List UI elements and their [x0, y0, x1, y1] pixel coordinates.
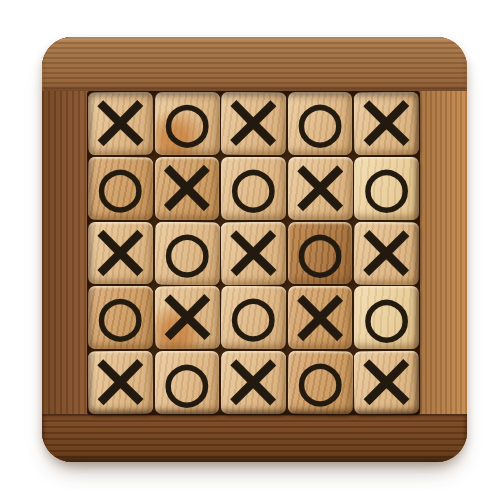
tile-r3c5[interactable]: ×	[354, 221, 419, 284]
tile-r1c4[interactable]: ○	[288, 92, 353, 155]
tile-r2c5[interactable]: ○	[354, 157, 419, 220]
o-glyph: ○	[230, 290, 277, 343]
board-frame-left	[42, 37, 87, 462]
tile-r5c3[interactable]: ×	[221, 351, 286, 414]
tile-r3c1[interactable]: ×	[88, 222, 153, 285]
o-glyph: ○	[364, 160, 410, 213]
tile-r2c1[interactable]: ○	[88, 157, 153, 220]
o-glyph: ○	[97, 160, 144, 213]
o-glyph: ○	[297, 225, 343, 278]
x-glyph: ×	[88, 92, 152, 155]
x-glyph: ×	[221, 92, 285, 155]
tile-r3c3[interactable]: ×	[221, 221, 286, 284]
tile-r1c1[interactable]: ×	[88, 92, 153, 155]
tile-r4c4[interactable]: ×	[288, 286, 353, 349]
x-glyph: ×	[155, 286, 219, 349]
board-frame-top	[42, 37, 467, 91]
product-photo-background: ×○×○×○×○×○×○×○×○×○×○×○×○×	[0, 0, 499, 500]
board-recess: ×○×○×○×○×○×○×○×○×○×○×○×○×	[87, 91, 420, 415]
tile-r1c2[interactable]: ○	[154, 92, 219, 155]
o-glyph: ○	[364, 290, 410, 343]
x-glyph: ×	[88, 222, 152, 285]
tile-r2c4[interactable]: ×	[288, 157, 353, 220]
x-glyph: ×	[355, 221, 419, 284]
tile-r4c3[interactable]: ○	[221, 286, 286, 349]
tile-r5c4[interactable]: ○	[288, 351, 353, 414]
tile-r2c2[interactable]: ×	[155, 157, 220, 220]
tile-r2c3[interactable]: ○	[221, 157, 286, 220]
o-glyph: ○	[164, 355, 210, 408]
tile-r4c5[interactable]: ○	[354, 286, 419, 349]
x-glyph: ×	[155, 157, 219, 220]
o-glyph: ○	[164, 95, 210, 148]
o-glyph: ○	[230, 160, 276, 213]
board-frame-right	[420, 37, 467, 462]
x-glyph: ×	[288, 286, 352, 349]
x-glyph: ×	[355, 92, 419, 155]
tile-r5c2[interactable]: ○	[155, 351, 220, 414]
tile-r3c2[interactable]: ○	[154, 221, 219, 284]
x-glyph: ×	[88, 351, 152, 414]
o-glyph: ○	[297, 354, 344, 407]
tile-r5c1[interactable]: ×	[88, 351, 153, 414]
o-glyph: ○	[164, 225, 211, 278]
o-glyph: ○	[297, 95, 343, 148]
x-glyph: ×	[355, 351, 419, 414]
tile-r4c2[interactable]: ×	[154, 286, 219, 349]
tile-r1c5[interactable]: ×	[354, 92, 419, 155]
board-frame-bottom	[42, 414, 467, 462]
game-board: ×○×○×○×○×○×○×○×○×○×○×○×○×	[42, 37, 467, 462]
tile-grid: ×○×○×○×○×○×○×○×○×○×○×○×○×	[87, 91, 420, 415]
x-glyph: ×	[288, 157, 352, 220]
tile-r5c5[interactable]: ×	[354, 351, 419, 414]
x-glyph: ×	[221, 221, 285, 284]
tile-r4c1[interactable]: ○	[88, 286, 153, 349]
o-glyph: ○	[97, 290, 143, 343]
tile-r3c4[interactable]: ○	[288, 222, 353, 285]
x-glyph: ×	[222, 351, 286, 414]
tile-r1c3[interactable]: ×	[221, 92, 286, 155]
